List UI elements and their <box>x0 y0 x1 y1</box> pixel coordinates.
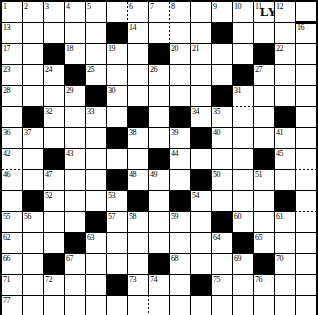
clue-number: 18 <box>66 44 73 53</box>
white-cell[interactable] <box>233 128 253 148</box>
white-cell[interactable] <box>86 23 106 43</box>
white-cell[interactable] <box>2 107 22 127</box>
clue-number: 19 <box>108 44 115 53</box>
clue-number: 1 <box>3 2 7 11</box>
clue-number: 38 <box>129 128 136 137</box>
white-cell[interactable] <box>170 65 190 85</box>
white-cell[interactable] <box>23 233 43 253</box>
clue-number: 33 <box>87 107 94 116</box>
clue-number: 27 <box>255 65 262 74</box>
dotted-border-horizontal <box>2 169 24 170</box>
clue-number: 75 <box>213 275 220 284</box>
white-cell[interactable] <box>65 170 85 190</box>
white-cell[interactable]: 44 <box>170 149 190 169</box>
white-cell[interactable]: 29 <box>65 86 85 106</box>
clue-number: 51 <box>255 170 262 179</box>
white-cell[interactable]: 59 <box>170 212 190 232</box>
white-cell[interactable] <box>212 149 232 169</box>
clue-number: 40 <box>213 128 220 137</box>
white-cell[interactable] <box>86 44 106 64</box>
white-cell[interactable] <box>149 212 169 232</box>
white-cell[interactable] <box>296 107 316 127</box>
white-cell[interactable] <box>86 254 106 274</box>
clue-number: 43 <box>66 149 73 158</box>
white-cell[interactable]: 13 <box>2 23 22 43</box>
white-cell[interactable]: 42 <box>2 149 22 169</box>
white-cell[interactable] <box>23 23 43 43</box>
clue-number: 49 <box>150 170 157 179</box>
white-cell[interactable] <box>296 296 316 315</box>
clue-number: 74 <box>150 275 157 284</box>
white-cell[interactable]: 74 <box>149 275 169 295</box>
white-cell[interactable]: 71 <box>2 275 22 295</box>
dotted-border-horizontal <box>232 106 254 107</box>
white-cell[interactable]: 56 <box>23 212 43 232</box>
white-cell[interactable]: 67 <box>65 254 85 274</box>
white-cell[interactable] <box>65 128 85 148</box>
crossword-grid: 1234567891011LY1213141516171819202122232… <box>0 0 318 315</box>
black-cell <box>212 86 232 106</box>
black-cell <box>170 191 190 211</box>
white-cell[interactable] <box>233 23 253 43</box>
white-cell[interactable] <box>128 44 148 64</box>
black-cell <box>44 44 64 64</box>
white-cell[interactable] <box>296 191 316 211</box>
white-cell[interactable] <box>254 128 274 148</box>
white-cell[interactable] <box>191 149 211 169</box>
white-cell[interactable] <box>44 296 64 315</box>
white-cell[interactable] <box>212 65 232 85</box>
white-cell[interactable]: 26 <box>149 65 169 85</box>
white-cell[interactable] <box>170 275 190 295</box>
clue-number: 20 <box>171 44 178 53</box>
white-cell[interactable]: 75 <box>212 275 232 295</box>
white-cell[interactable] <box>296 254 316 274</box>
thick-bar <box>295 21 317 24</box>
white-cell[interactable] <box>65 212 85 232</box>
white-cell[interactable] <box>275 296 295 315</box>
white-cell[interactable]: 1 <box>2 2 22 22</box>
white-cell[interactable] <box>65 296 85 315</box>
white-cell[interactable] <box>296 275 316 295</box>
white-cell[interactable] <box>149 128 169 148</box>
white-cell[interactable]: 57 <box>107 212 127 232</box>
clue-number: 24 <box>45 65 52 74</box>
black-cell <box>65 233 85 253</box>
clue-number: 72 <box>45 275 52 284</box>
white-cell[interactable]: 65 <box>254 233 274 253</box>
white-cell[interactable] <box>23 254 43 274</box>
black-cell <box>23 191 43 211</box>
dotted-border-vertical <box>127 2 128 24</box>
clue-number: 61 <box>276 212 283 221</box>
clue-number: 56 <box>24 212 31 221</box>
white-cell[interactable] <box>23 170 43 190</box>
black-cell <box>128 107 148 127</box>
clue-number: 17 <box>3 44 10 53</box>
clue-number: 34 <box>192 107 199 116</box>
white-cell[interactable]: 37 <box>23 128 43 148</box>
white-cell[interactable]: 68 <box>170 254 190 274</box>
clue-number: 71 <box>3 275 10 284</box>
clue-number: 58 <box>129 212 136 221</box>
clue-number: 3 <box>45 2 49 11</box>
white-cell[interactable]: 55 <box>2 212 22 232</box>
clue-number: 45 <box>276 149 283 158</box>
white-cell[interactable]: 6 <box>128 2 148 22</box>
white-cell[interactable] <box>275 233 295 253</box>
black-cell <box>149 254 169 274</box>
white-cell[interactable] <box>233 107 253 127</box>
white-cell[interactable] <box>275 275 295 295</box>
clue-number: 46 <box>3 170 10 179</box>
white-cell[interactable]: 70 <box>275 254 295 274</box>
black-cell <box>107 275 127 295</box>
black-cell <box>275 107 295 127</box>
white-cell[interactable] <box>170 296 190 315</box>
white-cell[interactable] <box>107 65 127 85</box>
clue-number: 76 <box>255 275 262 284</box>
white-cell[interactable] <box>296 2 316 22</box>
clue-number: 44 <box>171 149 178 158</box>
white-cell[interactable] <box>23 44 43 64</box>
white-cell[interactable] <box>296 44 316 64</box>
white-cell[interactable]: 50 <box>212 170 232 190</box>
white-cell[interactable] <box>44 212 64 232</box>
white-cell[interactable] <box>128 65 148 85</box>
clue-number: 60 <box>234 212 241 221</box>
white-cell[interactable] <box>86 128 106 148</box>
white-cell[interactable]: 38 <box>128 128 148 148</box>
white-cell[interactable] <box>2 191 22 211</box>
white-cell[interactable] <box>23 275 43 295</box>
white-cell[interactable] <box>23 86 43 106</box>
white-cell[interactable]: 43 <box>65 149 85 169</box>
dotted-border-vertical <box>169 2 170 24</box>
white-cell[interactable] <box>107 296 127 315</box>
white-cell[interactable]: 66 <box>2 254 22 274</box>
white-cell[interactable]: 34 <box>191 107 211 127</box>
white-cell[interactable] <box>86 170 106 190</box>
white-cell[interactable]: 41 <box>275 128 295 148</box>
white-cell[interactable] <box>233 191 253 211</box>
black-cell <box>65 65 85 85</box>
black-cell <box>149 44 169 64</box>
black-cell <box>107 128 127 148</box>
white-cell[interactable]: 61 <box>275 212 295 232</box>
dotted-border-horizontal <box>295 211 317 212</box>
white-cell[interactable] <box>233 149 253 169</box>
black-cell <box>254 44 274 64</box>
white-cell[interactable]: 25 <box>86 65 106 85</box>
white-cell[interactable]: 69 <box>233 254 253 274</box>
white-cell[interactable]: 8 <box>170 2 190 22</box>
white-cell[interactable]: 52 <box>44 191 64 211</box>
white-cell[interactable] <box>212 44 232 64</box>
clue-number: 41 <box>276 128 283 137</box>
white-cell[interactable]: 10 <box>233 2 253 22</box>
white-cell[interactable] <box>296 128 316 148</box>
white-cell[interactable]: 47 <box>44 170 64 190</box>
white-cell[interactable]: 45 <box>275 149 295 169</box>
clue-number: 54 <box>192 191 199 200</box>
clue-number: 63 <box>87 233 94 242</box>
white-cell[interactable]: 40 <box>212 128 232 148</box>
white-cell[interactable] <box>296 86 316 106</box>
white-cell[interactable]: 32 <box>44 107 64 127</box>
dotted-border-vertical <box>148 295 149 315</box>
black-cell <box>254 149 274 169</box>
dotted-border-vertical <box>169 22 170 44</box>
white-cell[interactable]: 60 <box>233 212 253 232</box>
clue-number: 28 <box>3 86 10 95</box>
clue-number: 13 <box>3 23 10 32</box>
white-cell[interactable]: 22 <box>275 44 295 64</box>
black-cell <box>128 191 148 211</box>
white-cell[interactable]: 18 <box>65 44 85 64</box>
white-cell[interactable] <box>23 296 43 315</box>
white-cell[interactable]: 77 <box>2 296 22 315</box>
white-cell[interactable]: 31 <box>233 86 253 106</box>
clue-number: 57 <box>108 212 115 221</box>
white-cell[interactable] <box>128 86 148 106</box>
clue-number: 69 <box>234 254 241 263</box>
white-cell[interactable] <box>86 191 106 211</box>
black-cell <box>191 275 211 295</box>
white-cell[interactable]: 17 <box>2 44 22 64</box>
black-cell <box>149 149 169 169</box>
clue-number: 16 <box>297 23 304 32</box>
white-cell[interactable] <box>212 254 232 274</box>
white-cell[interactable]: 46 <box>2 170 22 190</box>
white-cell[interactable]: 63 <box>86 233 106 253</box>
white-cell[interactable] <box>254 107 274 127</box>
clue-number: 8 <box>171 2 175 11</box>
black-cell <box>107 170 127 190</box>
white-cell[interactable] <box>254 86 274 106</box>
clue-number: 39 <box>171 128 178 137</box>
white-cell[interactable] <box>149 23 169 43</box>
clue-number: 30 <box>108 86 115 95</box>
white-cell[interactable]: 5 <box>86 2 106 22</box>
white-cell[interactable] <box>191 233 211 253</box>
white-cell[interactable] <box>86 149 106 169</box>
clue-number: 4 <box>66 2 70 11</box>
white-cell[interactable] <box>191 2 211 22</box>
white-cell[interactable] <box>44 128 64 148</box>
white-cell[interactable] <box>107 107 127 127</box>
clue-number: 21 <box>192 44 199 53</box>
white-cell[interactable] <box>23 65 43 85</box>
clue-number: 35 <box>213 107 220 116</box>
white-cell[interactable]: 23 <box>2 65 22 85</box>
black-cell <box>44 254 64 274</box>
white-cell[interactable]: 16 <box>296 23 316 43</box>
white-cell[interactable] <box>212 191 232 211</box>
white-cell[interactable]: 33 <box>86 107 106 127</box>
white-cell[interactable] <box>170 233 190 253</box>
white-cell[interactable] <box>65 191 85 211</box>
clue-number: 52 <box>45 191 52 200</box>
white-cell[interactable] <box>86 296 106 315</box>
clue-number: 6 <box>129 2 133 11</box>
clue-number: 15 <box>213 23 220 32</box>
white-cell[interactable]: 54 <box>191 191 211 211</box>
black-cell <box>44 149 64 169</box>
white-cell[interactable] <box>275 65 295 85</box>
white-cell[interactable]: 36 <box>2 128 22 148</box>
white-cell[interactable] <box>23 149 43 169</box>
clue-number: 53 <box>108 191 115 200</box>
white-cell[interactable] <box>44 233 64 253</box>
white-cell[interactable] <box>170 170 190 190</box>
white-cell[interactable] <box>254 296 274 315</box>
black-cell <box>254 254 274 274</box>
white-cell[interactable] <box>212 296 232 315</box>
white-cell[interactable]: 39 <box>170 128 190 148</box>
clue-number: 9 <box>213 2 217 11</box>
white-cell[interactable] <box>233 44 253 64</box>
clue-number: 67 <box>66 254 73 263</box>
white-cell[interactable] <box>254 191 274 211</box>
white-cell[interactable] <box>65 23 85 43</box>
white-cell[interactable]: 53 <box>107 191 127 211</box>
white-cell[interactable] <box>233 296 253 315</box>
white-cell[interactable]: 20 <box>170 44 190 64</box>
clue-number: 47 <box>45 170 52 179</box>
white-cell[interactable]: 58 <box>128 212 148 232</box>
white-cell[interactable] <box>191 212 211 232</box>
white-cell[interactable]: 48 <box>128 170 148 190</box>
white-cell[interactable]: 14 <box>128 23 148 43</box>
clue-number: 62 <box>3 233 10 242</box>
white-cell[interactable] <box>107 254 127 274</box>
clue-number: 64 <box>213 233 220 242</box>
white-cell[interactable]: 12 <box>275 2 295 22</box>
white-cell[interactable]: 19 <box>107 44 127 64</box>
white-cell[interactable] <box>275 170 295 190</box>
clue-number: 14 <box>129 23 136 32</box>
black-cell <box>233 233 253 253</box>
white-cell[interactable] <box>44 23 64 43</box>
clue-number: 73 <box>129 275 136 284</box>
white-cell[interactable] <box>128 149 148 169</box>
white-cell[interactable] <box>191 254 211 274</box>
white-cell[interactable] <box>86 275 106 295</box>
clue-number: 50 <box>213 170 220 179</box>
white-cell[interactable] <box>170 23 190 43</box>
white-cell[interactable] <box>149 233 169 253</box>
white-cell[interactable] <box>107 233 127 253</box>
white-cell[interactable] <box>296 149 316 169</box>
white-cell[interactable] <box>191 23 211 43</box>
white-cell[interactable] <box>254 212 274 232</box>
white-cell[interactable] <box>107 2 127 22</box>
white-cell[interactable] <box>191 65 211 85</box>
dotted-border-horizontal <box>295 169 317 170</box>
clue-number: 70 <box>276 254 283 263</box>
white-cell[interactable] <box>128 233 148 253</box>
black-cell <box>191 170 211 190</box>
white-cell[interactable] <box>128 254 148 274</box>
clue-number: 37 <box>24 128 31 137</box>
white-cell[interactable] <box>149 191 169 211</box>
white-cell[interactable]: 35 <box>212 107 232 127</box>
clue-number: 65 <box>255 233 262 242</box>
white-cell[interactable]: 3 <box>44 2 64 22</box>
white-cell[interactable] <box>191 296 211 315</box>
black-cell <box>191 128 211 148</box>
white-cell[interactable] <box>170 86 190 106</box>
clue-number: 10 <box>234 2 241 11</box>
clue-number: 22 <box>276 44 283 53</box>
clue-number: 7 <box>150 2 154 11</box>
white-cell[interactable]: 7 <box>149 2 169 22</box>
white-cell[interactable]: 9 <box>212 2 232 22</box>
black-cell <box>275 191 295 211</box>
white-cell[interactable]: 27 <box>254 65 274 85</box>
white-cell[interactable] <box>44 86 64 106</box>
clue-number: 68 <box>171 254 178 263</box>
clue-number: 77 <box>3 296 10 305</box>
black-cell <box>107 23 127 43</box>
clue-number: 59 <box>171 212 178 221</box>
clue-number: 5 <box>87 2 91 11</box>
white-cell[interactable] <box>275 23 295 43</box>
clue-number: 25 <box>87 65 94 74</box>
white-cell[interactable]: 2 <box>23 2 43 22</box>
white-cell[interactable] <box>149 107 169 127</box>
white-cell[interactable]: 4 <box>65 2 85 22</box>
white-cell[interactable] <box>233 275 253 295</box>
white-cell[interactable]: 11LY <box>254 2 274 22</box>
white-cell[interactable]: 62 <box>2 233 22 253</box>
white-cell[interactable] <box>191 86 211 106</box>
white-cell[interactable]: 64 <box>212 233 232 253</box>
black-cell <box>86 212 106 232</box>
white-cell[interactable]: 28 <box>2 86 22 106</box>
clue-number: 31 <box>234 86 241 95</box>
black-cell <box>86 86 106 106</box>
white-cell[interactable] <box>233 170 253 190</box>
clue-number: 48 <box>129 170 136 179</box>
white-cell[interactable] <box>128 296 148 315</box>
white-cell[interactable] <box>296 212 316 232</box>
white-cell[interactable] <box>296 65 316 85</box>
white-cell[interactable] <box>149 86 169 106</box>
white-cell[interactable] <box>275 86 295 106</box>
white-cell[interactable]: 72 <box>44 275 64 295</box>
clue-number: 26 <box>150 65 157 74</box>
clue-number: 2 <box>24 2 28 11</box>
white-cell[interactable]: 30 <box>107 86 127 106</box>
black-cell <box>212 212 232 232</box>
white-cell[interactable] <box>296 233 316 253</box>
white-cell[interactable] <box>254 23 274 43</box>
white-cell[interactable]: 49 <box>149 170 169 190</box>
white-cell[interactable] <box>149 296 169 315</box>
black-cell <box>233 65 253 85</box>
white-cell[interactable] <box>296 170 316 190</box>
white-cell[interactable]: 51 <box>254 170 274 190</box>
white-cell[interactable] <box>107 149 127 169</box>
white-cell[interactable]: 73 <box>128 275 148 295</box>
white-cell[interactable] <box>65 107 85 127</box>
white-cell[interactable] <box>65 275 85 295</box>
white-cell[interactable]: 76 <box>254 275 274 295</box>
white-cell[interactable]: 24 <box>44 65 64 85</box>
white-cell[interactable]: 21 <box>191 44 211 64</box>
